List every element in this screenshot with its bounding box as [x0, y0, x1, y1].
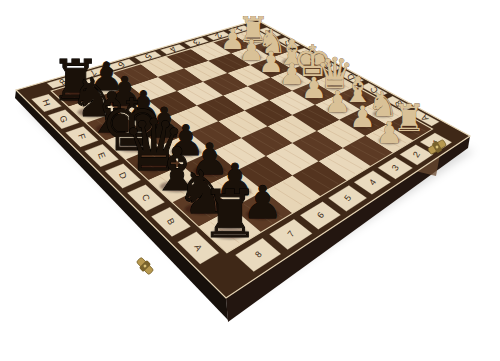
piece-black-rook-a8: ♜ [200, 176, 259, 253]
piece-white-pawn-a2: ♟ [376, 115, 403, 150]
piece-white-pawn-c2: ♟ [324, 85, 350, 119]
brass-clasp-icon [135, 256, 155, 277]
chess-set-photo: AABBCCDDEEFFGGHH1122334455667788♜♟♞♟♝♟♚♟… [0, 0, 500, 361]
piece-white-pawn-b2: ♟ [349, 100, 375, 134]
chess-board: AABBCCDDEEFFGGHH1122334455667788♜♟♞♟♝♟♚♟… [0, 0, 500, 361]
piece-white-pawn-d2: ♟ [301, 71, 327, 105]
